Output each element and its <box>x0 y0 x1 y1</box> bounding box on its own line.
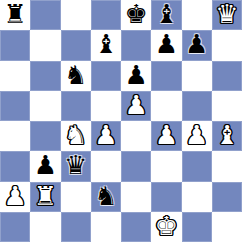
chess-board: ♜♚♝♛♝♟♟♞♟♟♞♟♟♟♝♟♛♟♜♞♚ <box>0 0 242 242</box>
square-g3[interactable] <box>182 151 212 181</box>
square-a7[interactable] <box>0 30 30 60</box>
piece-black-bishop: ♝ <box>155 1 178 27</box>
piece-white-rook: ♜ <box>34 183 57 209</box>
piece-black-knight: ♞ <box>64 62 87 88</box>
piece-white-pawn: ♟ <box>3 183 26 209</box>
square-f2[interactable] <box>151 182 181 212</box>
piece-white-pawn: ♟ <box>155 122 178 148</box>
piece-white-pawn: ♟ <box>124 92 147 118</box>
square-d1[interactable] <box>91 212 121 242</box>
square-h1[interactable] <box>212 212 242 242</box>
square-b1[interactable] <box>30 212 60 242</box>
square-c7[interactable] <box>61 30 91 60</box>
square-d7[interactable]: ♝ <box>91 30 121 60</box>
square-e3[interactable] <box>121 151 151 181</box>
piece-black-rook: ♜ <box>3 1 26 27</box>
piece-black-pawn: ♟ <box>34 152 57 178</box>
square-h5[interactable] <box>212 91 242 121</box>
square-a5[interactable] <box>0 91 30 121</box>
piece-black-pawn: ♟ <box>185 31 208 57</box>
square-c4[interactable]: ♞ <box>61 121 91 151</box>
square-g7[interactable]: ♟ <box>182 30 212 60</box>
square-d4[interactable]: ♟ <box>91 121 121 151</box>
square-h7[interactable] <box>212 30 242 60</box>
square-c2[interactable] <box>61 182 91 212</box>
square-g8[interactable] <box>182 0 212 30</box>
square-c1[interactable] <box>61 212 91 242</box>
square-b4[interactable] <box>30 121 60 151</box>
square-e8[interactable]: ♚ <box>121 0 151 30</box>
square-f4[interactable]: ♟ <box>151 121 181 151</box>
square-a6[interactable] <box>0 61 30 91</box>
piece-black-king: ♚ <box>124 1 147 27</box>
square-a4[interactable] <box>0 121 30 151</box>
square-a2[interactable]: ♟ <box>0 182 30 212</box>
square-b3[interactable]: ♟ <box>30 151 60 181</box>
square-a3[interactable] <box>0 151 30 181</box>
square-g4[interactable]: ♟ <box>182 121 212 151</box>
square-e4[interactable] <box>121 121 151 151</box>
square-h8[interactable]: ♛ <box>212 0 242 30</box>
square-f6[interactable] <box>151 61 181 91</box>
square-f3[interactable] <box>151 151 181 181</box>
square-b6[interactable] <box>30 61 60 91</box>
piece-white-pawn: ♟ <box>185 122 208 148</box>
square-g5[interactable] <box>182 91 212 121</box>
square-e5[interactable]: ♟ <box>121 91 151 121</box>
piece-black-pawn: ♟ <box>155 31 178 57</box>
square-c3[interactable]: ♛ <box>61 151 91 181</box>
square-g1[interactable] <box>182 212 212 242</box>
square-d5[interactable] <box>91 91 121 121</box>
square-h4[interactable]: ♝ <box>212 121 242 151</box>
square-d6[interactable] <box>91 61 121 91</box>
piece-black-bishop: ♝ <box>94 31 117 57</box>
square-f7[interactable]: ♟ <box>151 30 181 60</box>
square-b8[interactable] <box>30 0 60 30</box>
piece-white-pawn: ♟ <box>94 122 117 148</box>
square-d2[interactable]: ♞ <box>91 182 121 212</box>
square-f5[interactable] <box>151 91 181 121</box>
piece-white-knight: ♞ <box>64 122 87 148</box>
square-d3[interactable] <box>91 151 121 181</box>
square-e6[interactable]: ♟ <box>121 61 151 91</box>
square-a1[interactable] <box>0 212 30 242</box>
square-h2[interactable] <box>212 182 242 212</box>
square-c5[interactable] <box>61 91 91 121</box>
square-f8[interactable]: ♝ <box>151 0 181 30</box>
square-e7[interactable] <box>121 30 151 60</box>
square-b2[interactable]: ♜ <box>30 182 60 212</box>
square-c6[interactable]: ♞ <box>61 61 91 91</box>
piece-white-bishop: ♝ <box>215 122 238 148</box>
square-f1[interactable]: ♚ <box>151 212 181 242</box>
piece-white-queen: ♛ <box>215 1 238 27</box>
piece-black-queen: ♛ <box>64 152 87 178</box>
square-e2[interactable] <box>121 182 151 212</box>
square-b7[interactable] <box>30 30 60 60</box>
square-d8[interactable] <box>91 0 121 30</box>
piece-white-king: ♚ <box>155 213 178 239</box>
square-e1[interactable] <box>121 212 151 242</box>
square-c8[interactable] <box>61 0 91 30</box>
square-a8[interactable]: ♜ <box>0 0 30 30</box>
square-h3[interactable] <box>212 151 242 181</box>
piece-black-pawn: ♟ <box>124 62 147 88</box>
piece-black-knight: ♞ <box>94 183 117 209</box>
square-b5[interactable] <box>30 91 60 121</box>
square-g6[interactable] <box>182 61 212 91</box>
square-g2[interactable] <box>182 182 212 212</box>
square-h6[interactable] <box>212 61 242 91</box>
